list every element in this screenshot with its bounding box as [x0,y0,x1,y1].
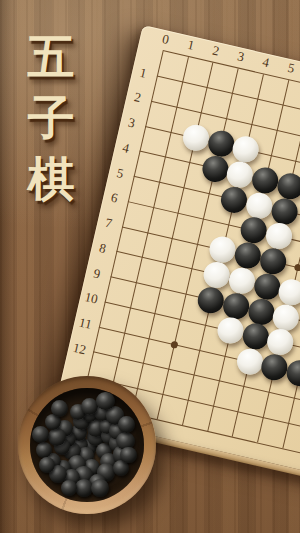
column-label: 5 [279,58,300,78]
white-stone [226,265,257,296]
black-stone [275,171,300,202]
bowl-black-stone [120,447,137,464]
black-stone [250,165,281,196]
bowl-black-stone [39,457,55,473]
app-title: 五子棋 [24,27,78,210]
white-stone [277,277,300,308]
black-stone [219,184,250,215]
column-label: 4 [254,53,277,73]
white-stone [225,159,256,190]
star-point [170,340,178,348]
white-stone [271,302,300,333]
column-label: 0 [154,29,177,49]
black-stone [240,321,271,352]
row-label: 2 [126,88,149,108]
white-stone [234,346,265,377]
black-stone [238,215,269,246]
white-stone [265,327,296,358]
row-label: 10 [80,289,103,309]
white-stone [207,234,238,265]
row-label: 9 [85,264,108,284]
black-stone [221,290,252,321]
black-stone [269,196,300,227]
row-label: 5 [109,163,132,183]
black-stone [199,153,230,184]
row-label: 12 [68,339,91,359]
bowl-black-stone [32,426,49,443]
black-stone [259,352,290,383]
white-stone [263,221,294,252]
black-stone [257,246,288,277]
bowl-black-stone [48,428,66,446]
row-label: 11 [74,314,97,334]
row-label: 8 [91,238,114,258]
white-stone [180,122,211,153]
black-stone [205,128,236,159]
column-label: 3 [229,47,252,67]
white-stone [230,134,261,165]
stone-bowl-interior [30,388,144,502]
stone-bowl [18,376,156,514]
white-stone [201,259,232,290]
bowl-black-stone [118,416,135,433]
column-label: 1 [179,35,202,55]
star-point [294,263,300,271]
column-label: 2 [204,41,227,61]
row-label: 7 [97,213,120,233]
row-label: 6 [103,188,126,208]
black-stone [252,271,283,302]
black-stone [246,296,277,327]
bowl-black-stone [91,479,109,497]
row-label: 4 [114,138,137,158]
bowl-black-stone [36,442,52,458]
app-screen: 五子棋 012345123456789101112 [0,0,300,533]
bowl-black-stone [51,400,68,417]
bowl-black-stone [96,392,114,410]
white-stone [215,315,246,346]
row-label: 3 [120,113,143,133]
white-stone [244,190,275,221]
bowl-black-stone [61,480,77,496]
black-stone [196,284,227,315]
black-stone [232,240,263,271]
row-label: 1 [132,63,155,83]
